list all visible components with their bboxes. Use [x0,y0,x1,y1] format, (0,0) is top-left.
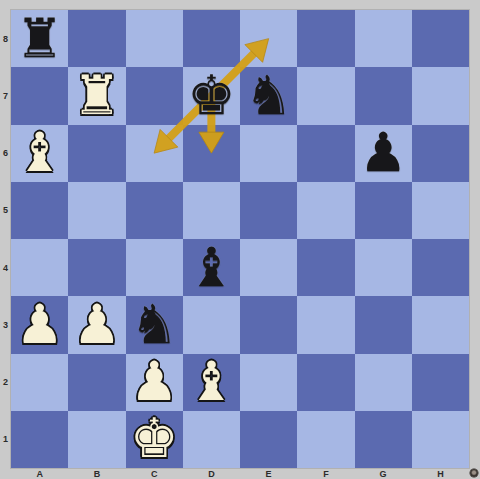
square-g3[interactable] [355,296,412,353]
square-e6[interactable] [240,125,297,182]
square-e8[interactable] [240,10,297,67]
square-d3[interactable] [183,296,240,353]
piece-black-knight-e7[interactable]: ♞ [240,67,297,124]
rank-label-1: 1 [0,434,11,444]
square-c5[interactable] [126,182,183,239]
square-h8[interactable] [412,10,469,67]
rank-label-6: 6 [0,148,11,158]
piece-black-pawn-g6[interactable]: ♟ [355,125,412,182]
piece-black-king-d7[interactable]: ♚ [183,67,240,124]
square-b1[interactable] [68,411,125,468]
square-h2[interactable] [412,354,469,411]
square-g4[interactable] [355,239,412,296]
square-c7[interactable] [126,67,183,124]
square-e1[interactable] [240,411,297,468]
square-h5[interactable] [412,182,469,239]
piece-white-pawn-c2[interactable]: ♟ [126,354,183,411]
piece-white-pawn-a3[interactable]: ♟ [11,296,68,353]
rank-label-2: 2 [0,377,11,387]
square-a4[interactable] [11,239,68,296]
square-g8[interactable] [355,10,412,67]
square-e4[interactable] [240,239,297,296]
rank-label-8: 8 [0,34,11,44]
square-c6[interactable] [126,125,183,182]
square-g2[interactable] [355,354,412,411]
piece-white-pawn-b3[interactable]: ♟ [68,296,125,353]
file-label-d: D [208,469,215,479]
rank-label-3: 3 [0,320,11,330]
square-c4[interactable] [126,239,183,296]
square-g1[interactable] [355,411,412,468]
square-f5[interactable] [297,182,354,239]
piece-white-rook-b7[interactable]: ♜ [68,67,125,124]
square-b5[interactable] [68,182,125,239]
square-h3[interactable] [412,296,469,353]
square-d5[interactable] [183,182,240,239]
square-f3[interactable] [297,296,354,353]
file-label-a: A [36,469,43,479]
square-h1[interactable] [412,411,469,468]
square-a2[interactable] [11,354,68,411]
rank-label-4: 4 [0,263,11,273]
square-g7[interactable] [355,67,412,124]
square-h7[interactable] [412,67,469,124]
square-c8[interactable] [126,10,183,67]
square-b2[interactable] [68,354,125,411]
square-g5[interactable] [355,182,412,239]
piece-black-bishop-d4[interactable]: ♝ [183,239,240,296]
corner-logo-icon [470,469,478,477]
square-b6[interactable] [68,125,125,182]
square-f7[interactable] [297,67,354,124]
square-f6[interactable] [297,125,354,182]
square-a1[interactable] [11,411,68,468]
square-f1[interactable] [297,411,354,468]
square-f2[interactable] [297,354,354,411]
file-label-g: G [380,469,387,479]
piece-white-bishop-a6[interactable]: ♝ [11,125,68,182]
square-d6[interactable] [183,125,240,182]
rank-label-5: 5 [0,205,11,215]
square-a7[interactable] [11,67,68,124]
square-f8[interactable] [297,10,354,67]
square-h6[interactable] [412,125,469,182]
file-label-b: B [94,469,101,479]
file-label-f: F [323,469,329,479]
file-label-c: C [151,469,158,479]
square-e3[interactable] [240,296,297,353]
square-a5[interactable] [11,182,68,239]
chess-app-window: ♜♜♚♞♝♟♝♟♟♞♟♝♚ 87654321 ABCDEFGH [0,0,480,479]
piece-black-rook-a8[interactable]: ♜ [11,10,68,67]
piece-white-bishop-d2[interactable]: ♝ [183,354,240,411]
square-b4[interactable] [68,239,125,296]
square-d8[interactable] [183,10,240,67]
square-e2[interactable] [240,354,297,411]
piece-white-king-c1[interactable]: ♚ [126,411,183,468]
square-d1[interactable] [183,411,240,468]
piece-black-knight-c3[interactable]: ♞ [126,296,183,353]
file-label-h: H [437,469,444,479]
rank-label-7: 7 [0,91,11,101]
square-h4[interactable] [412,239,469,296]
file-label-e: E [266,469,272,479]
square-b8[interactable] [68,10,125,67]
square-e5[interactable] [240,182,297,239]
square-f4[interactable] [297,239,354,296]
